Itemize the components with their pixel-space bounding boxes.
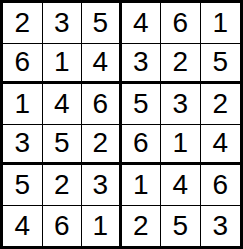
sudoku-cell-r2c3: 4 xyxy=(82,44,122,85)
sudoku-cell-r5c5: 4 xyxy=(161,165,201,206)
sudoku-cell-r4c4: 6 xyxy=(122,125,162,166)
sudoku-board: 235461614325146532352614523146461253 xyxy=(0,0,243,249)
sudoku-cell-r3c6: 2 xyxy=(201,84,241,125)
sudoku-cell-r4c6: 4 xyxy=(201,125,241,166)
sudoku-cell-r3c1: 1 xyxy=(3,84,43,125)
sudoku-digit: 3 xyxy=(172,90,188,118)
sudoku-cell-r1c2: 3 xyxy=(43,3,83,44)
sudoku-cell-r5c6: 6 xyxy=(201,165,241,206)
sudoku-cell-r3c2: 4 xyxy=(43,84,83,125)
sudoku-cell-r6c4: 2 xyxy=(122,206,162,247)
sudoku-digit: 1 xyxy=(212,9,228,37)
sudoku-digit: 4 xyxy=(212,129,228,157)
sudoku-digit: 5 xyxy=(133,90,149,118)
sudoku-cell-r6c5: 5 xyxy=(161,206,201,247)
sudoku-cell-r1c6: 1 xyxy=(201,3,241,44)
sudoku-digit: 1 xyxy=(54,48,70,76)
sudoku-digit: 2 xyxy=(54,171,70,199)
sudoku-cell-r4c3: 2 xyxy=(82,125,122,166)
sudoku-digit: 3 xyxy=(14,129,30,157)
sudoku-cell-r1c5: 6 xyxy=(161,3,201,44)
sudoku-digit: 4 xyxy=(54,90,70,118)
sudoku-cell-r1c1: 2 xyxy=(3,3,43,44)
sudoku-cell-r5c2: 2 xyxy=(43,165,83,206)
sudoku-digit: 1 xyxy=(172,129,188,157)
sudoku-cell-r3c4: 5 xyxy=(122,84,162,125)
sudoku-digit: 5 xyxy=(54,129,70,157)
sudoku-cell-r2c4: 3 xyxy=(122,44,162,85)
sudoku-cell-r3c3: 6 xyxy=(82,84,122,125)
sudoku-digit: 6 xyxy=(14,48,30,76)
sudoku-digit: 5 xyxy=(212,48,228,76)
sudoku-digit: 1 xyxy=(133,171,149,199)
sudoku-digit: 4 xyxy=(14,212,30,240)
sudoku-digit: 5 xyxy=(92,9,108,37)
sudoku-cell-r5c4: 1 xyxy=(122,165,162,206)
sudoku-digit: 5 xyxy=(172,212,188,240)
sudoku-cell-r5c1: 5 xyxy=(3,165,43,206)
sudoku-digit: 6 xyxy=(212,171,228,199)
sudoku-cell-r5c3: 3 xyxy=(82,165,122,206)
sudoku-digit: 3 xyxy=(212,212,228,240)
sudoku-cell-r2c5: 2 xyxy=(161,44,201,85)
sudoku-digit: 2 xyxy=(14,9,30,37)
sudoku-cell-r6c2: 6 xyxy=(43,206,83,247)
sudoku-digit: 3 xyxy=(54,9,70,37)
sudoku-cell-r4c2: 5 xyxy=(43,125,83,166)
sudoku-digit: 6 xyxy=(92,90,108,118)
sudoku-digit: 1 xyxy=(92,212,108,240)
sudoku-digit: 5 xyxy=(14,171,30,199)
sudoku-digit: 2 xyxy=(133,212,149,240)
sudoku-digit: 2 xyxy=(172,48,188,76)
sudoku-cell-r2c1: 6 xyxy=(3,44,43,85)
sudoku-digit: 4 xyxy=(172,171,188,199)
sudoku-digit: 6 xyxy=(133,129,149,157)
sudoku-cell-r6c6: 3 xyxy=(201,206,241,247)
sudoku-digit: 1 xyxy=(14,90,30,118)
sudoku-digit: 4 xyxy=(133,9,149,37)
sudoku-cell-r3c5: 3 xyxy=(161,84,201,125)
sudoku-cell-r6c3: 1 xyxy=(82,206,122,247)
sudoku-cell-r6c1: 4 xyxy=(3,206,43,247)
sudoku-cell-r4c1: 3 xyxy=(3,125,43,166)
sudoku-digit: 6 xyxy=(54,212,70,240)
sudoku-cell-r1c3: 5 xyxy=(82,3,122,44)
sudoku-digit: 3 xyxy=(133,48,149,76)
sudoku-cell-r2c6: 5 xyxy=(201,44,241,85)
sudoku-cell-r1c4: 4 xyxy=(122,3,162,44)
sudoku-digit: 2 xyxy=(212,90,228,118)
sudoku-digit: 6 xyxy=(172,9,188,37)
sudoku-cell-r4c5: 1 xyxy=(161,125,201,166)
sudoku-cell-r2c2: 1 xyxy=(43,44,83,85)
sudoku-digit: 2 xyxy=(92,129,108,157)
sudoku-digit: 3 xyxy=(92,171,108,199)
sudoku-digit: 4 xyxy=(92,48,108,76)
